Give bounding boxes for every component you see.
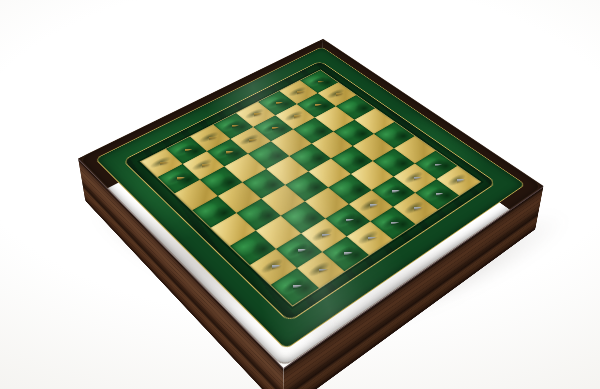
piece-glyph: ♟ (281, 87, 306, 115)
product-photo-scene: ♜♞♝♛♚♝♞♜♟♟♟♟♟♟♟♟♟♟♟♟♟♟♟♟♜♞♝♛♚♝♞♜ (0, 0, 600, 389)
piece-glyph: ♜ (272, 238, 315, 286)
chess-case: ♜♞♝♛♚♝♞♜♟♟♟♟♟♟♟♟♟♟♟♟♟♟♟♟♜♞♝♛♚♝♞♜ (78, 39, 543, 368)
scene-3d: ♜♞♝♛♚♝♞♜♟♟♟♟♟♟♟♟♟♟♟♟♟♟♟♟♜♞♝♛♚♝♞♜ (0, 0, 600, 389)
piece-glyph: ♟ (213, 122, 239, 151)
piece-glyph: ♟ (236, 110, 262, 139)
piece-glyph: ♟ (164, 147, 191, 177)
piece-glyph: ♟ (189, 134, 216, 164)
piece-glyph: ♟ (259, 99, 285, 127)
